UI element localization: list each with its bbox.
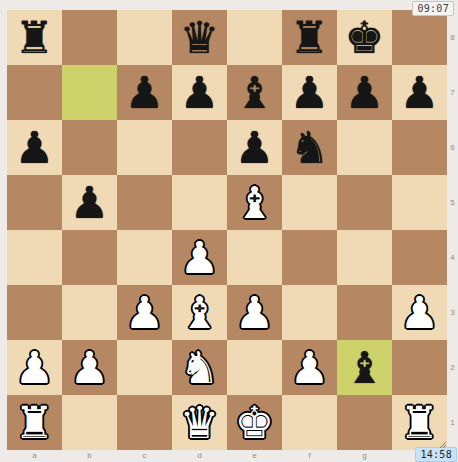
square-h2[interactable] — [392, 340, 447, 395]
piece-white-rook[interactable]: ♜ — [15, 395, 54, 450]
piece-white-pawn[interactable]: ♟ — [290, 340, 329, 395]
square-g5[interactable] — [337, 175, 392, 230]
piece-black-king[interactable]: ♚ — [345, 10, 384, 65]
square-f8[interactable]: ♜ — [282, 10, 337, 65]
square-g6[interactable] — [337, 120, 392, 175]
piece-black-rook[interactable]: ♜ — [15, 10, 54, 65]
square-e7[interactable]: ♝ — [227, 65, 282, 120]
rank-label-4: 4 — [448, 230, 457, 285]
square-c6[interactable] — [117, 120, 172, 175]
square-a4[interactable] — [7, 230, 62, 285]
file-label-b: b — [62, 451, 117, 461]
rank-label-2: 2 — [448, 340, 457, 395]
square-c8[interactable] — [117, 10, 172, 65]
square-a7[interactable] — [7, 65, 62, 120]
square-b4[interactable] — [62, 230, 117, 285]
piece-white-queen[interactable]: ♛ — [180, 395, 219, 450]
square-b5[interactable]: ♟ — [62, 175, 117, 230]
square-a1[interactable]: ♜ — [7, 395, 62, 450]
square-h5[interactable] — [392, 175, 447, 230]
piece-black-pawn[interactable]: ♟ — [235, 120, 274, 175]
square-h6[interactable] — [392, 120, 447, 175]
square-c5[interactable] — [117, 175, 172, 230]
piece-white-bishop[interactable]: ♝ — [180, 285, 219, 340]
piece-black-bishop[interactable]: ♝ — [345, 340, 384, 395]
square-e6[interactable]: ♟ — [227, 120, 282, 175]
piece-black-rook[interactable]: ♜ — [290, 10, 329, 65]
square-b8[interactable] — [62, 10, 117, 65]
square-d4[interactable]: ♟ — [172, 230, 227, 285]
square-g7[interactable]: ♟ — [337, 65, 392, 120]
clock-black: 09:07 — [412, 1, 454, 16]
square-d5[interactable] — [172, 175, 227, 230]
square-g8[interactable]: ♚ — [337, 10, 392, 65]
square-f3[interactable] — [282, 285, 337, 340]
square-g1[interactable] — [337, 395, 392, 450]
file-label-g: g — [337, 451, 392, 461]
file-label-a: a — [7, 451, 62, 461]
rank-label-8: 8 — [448, 10, 457, 65]
square-h7[interactable]: ♟ — [392, 65, 447, 120]
piece-black-pawn[interactable]: ♟ — [400, 65, 439, 120]
square-c2[interactable] — [117, 340, 172, 395]
square-b1[interactable] — [62, 395, 117, 450]
piece-white-pawn[interactable]: ♟ — [125, 285, 164, 340]
square-b3[interactable] — [62, 285, 117, 340]
square-g2[interactable]: ♝ — [337, 340, 392, 395]
piece-black-pawn[interactable]: ♟ — [180, 65, 219, 120]
square-b6[interactable] — [62, 120, 117, 175]
square-f4[interactable] — [282, 230, 337, 285]
piece-black-queen[interactable]: ♛ — [180, 10, 219, 65]
square-h8[interactable] — [392, 10, 447, 65]
file-label-d: d — [172, 451, 227, 461]
piece-white-pawn[interactable]: ♟ — [400, 285, 439, 340]
clock-white-active: 14:58 — [415, 447, 457, 462]
chess-board[interactable]: ♜♛♜♚♟♟♝♟♟♟♟♟♞♟♝♟♟♝♟♟♟♟♞♟♝♜♛♚♜ — [7, 10, 447, 450]
square-f6[interactable]: ♞ — [282, 120, 337, 175]
square-d6[interactable] — [172, 120, 227, 175]
square-c4[interactable] — [117, 230, 172, 285]
square-d7[interactable]: ♟ — [172, 65, 227, 120]
piece-white-pawn[interactable]: ♟ — [235, 285, 274, 340]
rank-label-5: 5 — [448, 175, 457, 230]
square-g3[interactable] — [337, 285, 392, 340]
square-a3[interactable] — [7, 285, 62, 340]
square-d1[interactable]: ♛ — [172, 395, 227, 450]
square-e5[interactable]: ♝ — [227, 175, 282, 230]
file-label-c: c — [117, 451, 172, 461]
piece-black-pawn[interactable]: ♟ — [125, 65, 164, 120]
piece-black-pawn[interactable]: ♟ — [290, 65, 329, 120]
square-a5[interactable] — [7, 175, 62, 230]
square-e3[interactable]: ♟ — [227, 285, 282, 340]
file-label-f: f — [282, 451, 337, 461]
rank-label-6: 6 — [448, 120, 457, 175]
piece-white-pawn[interactable]: ♟ — [70, 340, 109, 395]
square-d3[interactable]: ♝ — [172, 285, 227, 340]
piece-white-king[interactable]: ♚ — [235, 395, 274, 450]
square-f5[interactable] — [282, 175, 337, 230]
square-f7[interactable]: ♟ — [282, 65, 337, 120]
piece-white-rook[interactable]: ♜ — [400, 395, 439, 450]
piece-white-pawn[interactable]: ♟ — [180, 230, 219, 285]
rank-label-7: 7 — [448, 65, 457, 120]
piece-white-pawn[interactable]: ♟ — [15, 340, 54, 395]
piece-white-bishop[interactable]: ♝ — [235, 175, 274, 230]
square-d2[interactable]: ♞ — [172, 340, 227, 395]
square-c7[interactable]: ♟ — [117, 65, 172, 120]
square-c3[interactable]: ♟ — [117, 285, 172, 340]
square-e1[interactable]: ♚ — [227, 395, 282, 450]
rank-label-3: 3 — [448, 285, 457, 340]
square-b2[interactable]: ♟ — [62, 340, 117, 395]
square-e2[interactable] — [227, 340, 282, 395]
square-e4[interactable] — [227, 230, 282, 285]
board-resize-handle[interactable] — [438, 440, 447, 449]
square-b7[interactable] — [62, 65, 117, 120]
square-f2[interactable]: ♟ — [282, 340, 337, 395]
piece-black-pawn[interactable]: ♟ — [70, 175, 109, 230]
piece-black-bishop[interactable]: ♝ — [235, 65, 274, 120]
square-a8[interactable]: ♜ — [7, 10, 62, 65]
piece-white-knight[interactable]: ♞ — [180, 340, 219, 395]
piece-black-knight[interactable]: ♞ — [290, 120, 329, 175]
square-d8[interactable]: ♛ — [172, 10, 227, 65]
rank-label-1: 1 — [448, 395, 457, 450]
file-label-e: e — [227, 451, 282, 461]
square-f1[interactable] — [282, 395, 337, 450]
square-a6[interactable]: ♟ — [7, 120, 62, 175]
square-g4[interactable] — [337, 230, 392, 285]
square-c1[interactable] — [117, 395, 172, 450]
square-a2[interactable]: ♟ — [7, 340, 62, 395]
square-e8[interactable] — [227, 10, 282, 65]
piece-black-pawn[interactable]: ♟ — [345, 65, 384, 120]
square-h3[interactable]: ♟ — [392, 285, 447, 340]
square-h4[interactable] — [392, 230, 447, 285]
piece-black-pawn[interactable]: ♟ — [15, 120, 54, 175]
